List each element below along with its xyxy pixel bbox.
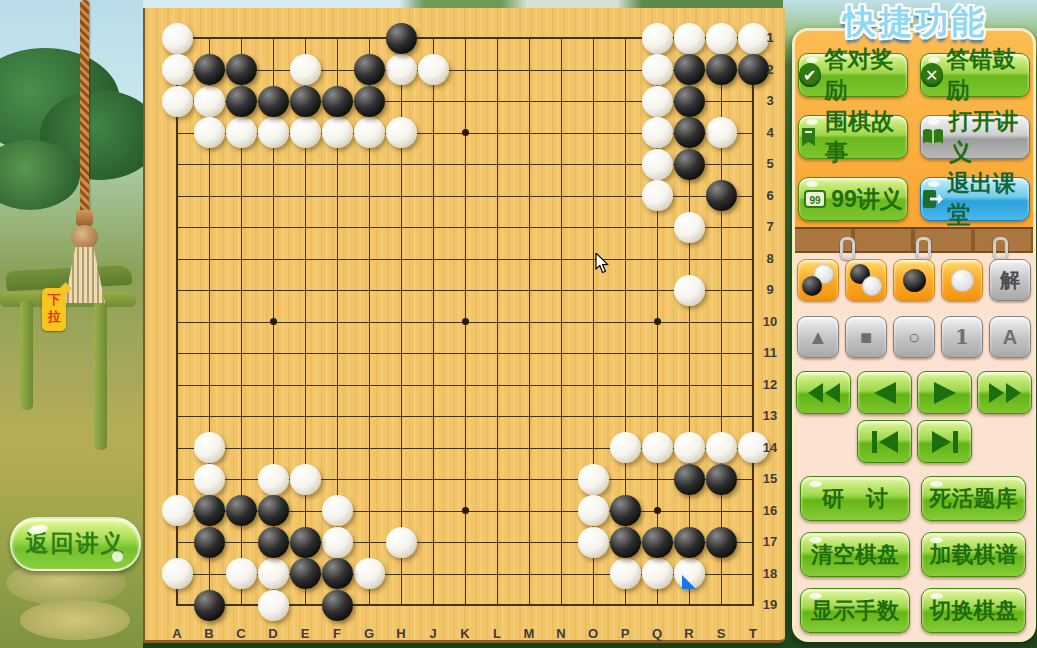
- solve-button[interactable]: 解: [989, 259, 1031, 301]
- lecture-99-button[interactable]: 99 99讲义: [798, 177, 908, 221]
- tassel-cap: [76, 210, 93, 226]
- svg-text:99: 99: [810, 195, 822, 206]
- row-label: 4: [757, 125, 783, 140]
- stone-white[interactable]: [578, 527, 609, 558]
- hanging-rope[interactable]: [80, 0, 89, 214]
- column-label: R: [679, 626, 699, 641]
- marker-number-button[interactable]: 1: [941, 316, 983, 358]
- encourage-wrong-button[interactable]: ✕ 答错鼓励: [920, 53, 1030, 97]
- stone-white[interactable]: [162, 23, 193, 54]
- stone-white[interactable]: [226, 558, 257, 589]
- stone-black[interactable]: [194, 590, 225, 621]
- stone-white[interactable]: [674, 275, 705, 306]
- stone-white[interactable]: [322, 527, 353, 558]
- column-label: A: [167, 626, 187, 641]
- stone-white[interactable]: [386, 54, 417, 85]
- column-label: F: [327, 626, 347, 641]
- stone-black[interactable]: [354, 54, 385, 85]
- quick-function-panel: ✔ 答对奖励 ✕ 答错鼓励 围棋故事 打开讲义 99 99讲义: [792, 28, 1036, 642]
- left-scenery: 下 拉 返回讲义: [0, 0, 143, 648]
- tassel-knot: [71, 225, 98, 249]
- bamboo-post: [94, 300, 107, 450]
- jump-to-start-button[interactable]: [857, 420, 912, 463]
- stone-black[interactable]: [226, 86, 257, 117]
- stone-path: [20, 600, 130, 640]
- switch-board-button[interactable]: 切换棋盘: [921, 588, 1026, 633]
- stone-white[interactable]: [578, 464, 609, 495]
- book-99-icon: 99: [803, 188, 827, 210]
- stone-white[interactable]: [706, 23, 737, 54]
- stone-black[interactable]: [610, 527, 641, 558]
- stone-black[interactable]: [290, 86, 321, 117]
- stone-white[interactable]: [354, 117, 385, 148]
- button-label: 退出课堂: [947, 168, 1029, 230]
- x-circle-icon: ✕: [921, 63, 943, 87]
- square-icon: ■: [860, 326, 872, 349]
- binder-ring: [993, 237, 1008, 260]
- stone-black[interactable]: [674, 464, 705, 495]
- stone-black[interactable]: [354, 86, 385, 117]
- stone-white[interactable]: [674, 432, 705, 463]
- mouse-cursor: [595, 253, 609, 278]
- pull-tag-text: 拉: [42, 308, 66, 325]
- letter-a-icon: A: [1003, 326, 1017, 349]
- column-label: T: [743, 626, 763, 641]
- grid-line: [529, 37, 530, 606]
- column-label: B: [199, 626, 219, 641]
- button-label: 加载棋谱: [930, 540, 1018, 570]
- column-label: E: [295, 626, 315, 641]
- row-label: 16: [757, 503, 783, 518]
- grid-line: [176, 353, 754, 354]
- fast-forward-icon: [989, 383, 1021, 403]
- column-label: N: [551, 626, 571, 641]
- stone-white[interactable]: [290, 464, 321, 495]
- marker-circle-button[interactable]: ○: [893, 316, 935, 358]
- step-forward-icon: [934, 382, 956, 404]
- pull-tag-text: 下: [42, 291, 66, 308]
- binder-ring: [916, 237, 931, 260]
- button-label: 研 讨: [822, 484, 888, 514]
- rewind-button[interactable]: [796, 371, 851, 414]
- stone-white[interactable]: [674, 23, 705, 54]
- column-label: P: [615, 626, 635, 641]
- stone-white[interactable]: [290, 54, 321, 85]
- fast-forward-button[interactable]: [977, 371, 1032, 414]
- stone-white[interactable]: [642, 23, 673, 54]
- mode-black-only-button[interactable]: [893, 259, 935, 301]
- row-label: 1: [757, 30, 783, 45]
- stone-white[interactable]: [642, 117, 673, 148]
- column-label: D: [263, 626, 283, 641]
- grid-line: [176, 385, 754, 386]
- stone-white[interactable]: [194, 86, 225, 117]
- stone-black[interactable]: [258, 495, 289, 526]
- discuss-button[interactable]: 研 讨: [800, 476, 910, 521]
- white-stone-icon: [862, 276, 882, 296]
- jump-start-icon: [872, 431, 898, 453]
- last-move-marker: [682, 575, 696, 589]
- stone-white[interactable]: [418, 54, 449, 85]
- row-label: 18: [757, 566, 783, 581]
- top-scenery-strip: [143, 0, 783, 8]
- row-label: 12: [757, 377, 783, 392]
- stone-white[interactable]: [642, 54, 673, 85]
- button-label: 打开讲义: [949, 106, 1029, 168]
- stone-black[interactable]: [674, 149, 705, 180]
- column-label: L: [487, 626, 507, 641]
- grid-line: [497, 37, 498, 606]
- step-back-button[interactable]: [857, 371, 912, 414]
- stone-black[interactable]: [674, 527, 705, 558]
- stone-black[interactable]: [194, 527, 225, 558]
- button-label: 切换棋盘: [930, 596, 1018, 626]
- return-to-lecture-button[interactable]: 返回讲义: [10, 517, 141, 571]
- stone-white[interactable]: [258, 558, 289, 589]
- row-label: 2: [757, 62, 783, 77]
- row-label: 3: [757, 93, 783, 108]
- life-death-library-button[interactable]: 死活题库: [921, 476, 1026, 521]
- load-kifu-button[interactable]: 加载棋谱: [921, 532, 1026, 577]
- column-label: K: [455, 626, 475, 641]
- stone-black[interactable]: [642, 527, 673, 558]
- mode-white-first-button[interactable]: [845, 259, 887, 301]
- button-label: 围棋故事: [825, 106, 907, 168]
- star-point: [270, 318, 277, 325]
- star-point: [462, 507, 469, 514]
- stone-black[interactable]: [674, 86, 705, 117]
- stone-black[interactable]: [674, 54, 705, 85]
- stone-black[interactable]: [322, 86, 353, 117]
- solve-label: 解: [1000, 267, 1020, 294]
- column-label: S: [711, 626, 731, 641]
- grid-line: [561, 37, 562, 606]
- stone-black[interactable]: [674, 117, 705, 148]
- star-point: [462, 318, 469, 325]
- mode-white-only-button[interactable]: [941, 259, 983, 301]
- show-move-numbers-button[interactable]: 显示手数: [800, 588, 910, 633]
- star-point: [654, 318, 661, 325]
- star-point: [462, 129, 469, 136]
- marker-square-button[interactable]: ■: [845, 316, 887, 358]
- row-label: 5: [757, 156, 783, 171]
- column-label: Q: [647, 626, 667, 641]
- panel-title: 快捷功能: [800, 0, 1030, 42]
- jump-end-icon: [932, 431, 958, 453]
- stone-black[interactable]: [386, 23, 417, 54]
- stone-black[interactable]: [290, 527, 321, 558]
- jump-to-end-button[interactable]: [917, 420, 972, 463]
- stone-black[interactable]: [258, 86, 289, 117]
- stone-white[interactable]: [642, 180, 673, 211]
- black-stone-icon: [903, 269, 926, 292]
- mode-black-first-button[interactable]: [797, 259, 839, 301]
- stone-white[interactable]: [194, 432, 225, 463]
- stone-white[interactable]: [706, 432, 737, 463]
- stone-white[interactable]: [258, 464, 289, 495]
- rewind-icon: [808, 383, 840, 403]
- go-board[interactable]: ABCDEFGHJKLMNOPQRST123456789101112131415…: [143, 8, 785, 643]
- binder-ring: [840, 237, 855, 260]
- stone-white[interactable]: [354, 558, 385, 589]
- row-label: 7: [757, 219, 783, 234]
- story-book-icon: [799, 126, 821, 148]
- row-label: 11: [757, 345, 783, 360]
- stone-white[interactable]: [226, 117, 257, 148]
- stone-white[interactable]: [194, 117, 225, 148]
- marker-letter-button[interactable]: A: [989, 316, 1031, 358]
- stone-white[interactable]: [194, 464, 225, 495]
- step-back-icon: [874, 382, 896, 404]
- stone-white[interactable]: [610, 558, 641, 589]
- stone-white[interactable]: [674, 212, 705, 243]
- row-label: 9: [757, 282, 783, 297]
- stone-white[interactable]: [386, 117, 417, 148]
- stone-black[interactable]: [194, 54, 225, 85]
- stone-white[interactable]: [258, 117, 289, 148]
- stone-black[interactable]: [290, 558, 321, 589]
- column-label: H: [391, 626, 411, 641]
- stone-white[interactable]: [322, 495, 353, 526]
- stone-white[interactable]: [322, 117, 353, 148]
- star-point: [654, 507, 661, 514]
- row-label: 6: [757, 188, 783, 203]
- tassel-fringe: [64, 247, 105, 303]
- stone-white[interactable]: [642, 149, 673, 180]
- stone-black[interactable]: [706, 464, 737, 495]
- column-label: O: [583, 626, 603, 641]
- row-label: 19: [757, 597, 783, 612]
- go-teaching-app: 下 拉 返回讲义 ABCDEFGHJKLMNOPQRST123456789101…: [0, 0, 1037, 648]
- stone-white[interactable]: [578, 495, 609, 526]
- marker-triangle-button[interactable]: ▲: [797, 316, 839, 358]
- grid-line: [752, 37, 754, 606]
- pull-down-tag[interactable]: 下 拉: [42, 288, 66, 331]
- circle-icon: ○: [908, 326, 920, 349]
- stone-white[interactable]: [386, 527, 417, 558]
- stone-black[interactable]: [226, 495, 257, 526]
- row-label: 10: [757, 314, 783, 329]
- stone-white[interactable]: [642, 86, 673, 117]
- exit-classroom-button[interactable]: 退出课堂: [920, 177, 1030, 221]
- row-label: 14: [757, 440, 783, 455]
- stone-black[interactable]: [322, 590, 353, 621]
- white-stone-icon: [951, 269, 974, 292]
- stone-white[interactable]: [642, 432, 673, 463]
- exit-door-icon: [921, 188, 943, 210]
- stone-white[interactable]: [162, 495, 193, 526]
- stone-white[interactable]: [610, 432, 641, 463]
- stone-black[interactable]: [706, 527, 737, 558]
- column-label: J: [423, 626, 443, 641]
- open-lecture-button[interactable]: 打开讲义: [920, 115, 1030, 159]
- stone-black[interactable]: [258, 527, 289, 558]
- stone-white[interactable]: [162, 558, 193, 589]
- bamboo-post: [20, 300, 33, 410]
- stone-black[interactable]: [610, 495, 641, 526]
- button-label: 死活题库: [930, 484, 1018, 514]
- stone-black[interactable]: [706, 180, 737, 211]
- stone-white[interactable]: [674, 558, 705, 589]
- stone-black[interactable]: [194, 495, 225, 526]
- stone-white[interactable]: [290, 117, 321, 148]
- clear-board-button[interactable]: 清空棋盘: [800, 532, 910, 577]
- triangle-icon: ▲: [808, 326, 828, 349]
- button-label: 答对奖励: [825, 44, 907, 106]
- step-forward-button[interactable]: [917, 371, 972, 414]
- grid-line: [176, 416, 754, 417]
- stone-black[interactable]: [706, 54, 737, 85]
- go-story-button[interactable]: 围棋故事: [798, 115, 908, 159]
- column-label: G: [359, 626, 379, 641]
- stone-white[interactable]: [162, 54, 193, 85]
- stone-white[interactable]: [642, 558, 673, 589]
- stone-white[interactable]: [162, 86, 193, 117]
- row-label: 17: [757, 534, 783, 549]
- button-label: 显示手数: [811, 596, 899, 626]
- reward-correct-button[interactable]: ✔ 答对奖励: [798, 53, 908, 97]
- stone-black[interactable]: [322, 558, 353, 589]
- number-1-icon: 1: [955, 325, 969, 349]
- stone-black[interactable]: [226, 54, 257, 85]
- row-label: 15: [757, 471, 783, 486]
- stone-white[interactable]: [706, 117, 737, 148]
- button-label: 99讲义: [831, 184, 903, 215]
- column-label: C: [231, 626, 251, 641]
- stone-white[interactable]: [258, 590, 289, 621]
- button-label: 答错鼓励: [947, 44, 1029, 106]
- button-label: 清空棋盘: [811, 540, 899, 570]
- column-label: M: [519, 626, 539, 641]
- check-circle-icon: ✔: [799, 63, 821, 87]
- black-stone-icon: [802, 276, 822, 296]
- row-label: 13: [757, 408, 783, 423]
- row-label: 8: [757, 251, 783, 266]
- open-book-icon: [921, 126, 945, 148]
